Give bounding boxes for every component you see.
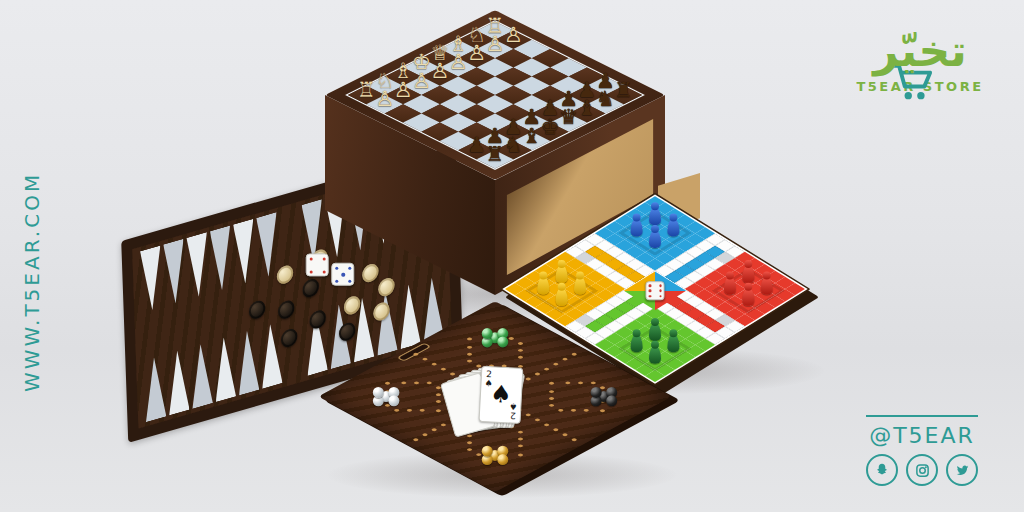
social-block: @T5EAR — [856, 415, 988, 486]
logo-arabic-text: تخيّر — [840, 26, 1000, 77]
ludo-pawn-blue — [649, 230, 661, 248]
chess-piece-q: ♛ — [559, 107, 578, 128]
product-photo-scene: WWW.T5EAR.COM تخيّر T5EAR STORE ♖♙♟♜♘♙♟♞… — [0, 0, 1024, 512]
die-pip — [310, 257, 313, 260]
social-handle: @T5EAR — [856, 423, 988, 448]
chess-piece-b: ♝ — [578, 98, 597, 119]
die-pip — [342, 273, 345, 276]
ludo-pawn-red — [742, 265, 754, 283]
chess-piece-P: ♙ — [375, 89, 394, 110]
chess-piece-R: ♖ — [357, 80, 376, 101]
checker-light — [277, 264, 294, 286]
social-icons — [856, 454, 988, 486]
chess-piece-n: ♞ — [596, 89, 615, 110]
tock-board: 2♠ ♠ 2♠ — [318, 301, 672, 492]
card-index: 2♠ — [509, 401, 518, 419]
chess-board: ♖♙♟♜♘♙♟♞♗♙♟♝♕♙♟♛♔♙♟♚♗♙♟♝♘♙♟♞♖♙♟♜ — [325, 10, 664, 180]
die-pip — [649, 285, 652, 288]
ludo-pawn-yellow — [556, 265, 568, 283]
ludo-pawn-blue — [649, 207, 661, 225]
die — [306, 253, 329, 276]
ludo-pawn-red — [742, 288, 754, 306]
chess-piece-P: ♙ — [486, 34, 505, 55]
marble-clear — [373, 387, 384, 398]
die-pip — [659, 285, 662, 288]
ludo-pawn-yellow — [574, 276, 586, 294]
chess-piece-r: ♜ — [614, 80, 633, 101]
chess-piece-b: ♝ — [522, 126, 541, 147]
die-pip — [659, 290, 662, 293]
checker-light — [362, 262, 379, 284]
playing-card-top: 2♠ ♠ 2♠ — [479, 366, 524, 424]
die-pip — [659, 295, 662, 298]
checker-dark — [302, 277, 319, 299]
marble-black — [591, 387, 602, 398]
divider — [866, 415, 978, 417]
instagram-icon — [906, 454, 938, 486]
store-logo: تخيّر T5EAR STORE — [840, 26, 1000, 94]
chess-lid: ♖♙♟♜♘♙♟♞♗♙♟♝♕♙♟♛♔♙♟♚♗♙♟♝♘♙♟♞♖♙♟♜ — [325, 10, 665, 180]
chess-piece-P: ♙ — [504, 25, 523, 46]
checker-dark — [281, 327, 298, 349]
marble-green — [482, 328, 493, 339]
chess-piece-p: ♟ — [467, 135, 486, 156]
marble-amber — [497, 454, 508, 465]
chess-piece-P: ♙ — [467, 43, 486, 64]
marble-clear — [388, 395, 399, 406]
die — [331, 263, 354, 286]
die-pip — [649, 295, 652, 298]
chess-piece-n: ♞ — [504, 135, 523, 156]
die-pip — [649, 290, 652, 293]
chess-piece-k: ♚ — [541, 117, 560, 138]
die-pip — [322, 270, 325, 273]
chess-piece-P: ♙ — [449, 52, 468, 73]
die-pip — [310, 270, 313, 273]
die-pip — [335, 267, 338, 270]
chess-piece-P: ♙ — [430, 61, 449, 82]
chess-piece-P: ♙ — [394, 80, 413, 101]
checker-light — [378, 276, 395, 298]
die — [646, 281, 665, 300]
die-pip — [322, 257, 325, 260]
twitter-icon — [946, 454, 978, 486]
chess-grid: ♖♙♟♜♘♙♟♞♗♙♟♝♕♙♟♛♔♙♟♚♗♙♟♝♘♙♟♞♖♙♟♜ — [345, 20, 645, 170]
website-vertical-text: WWW.T5EAR.COM — [20, 122, 44, 392]
snapchat-icon — [866, 454, 898, 486]
marble-green — [497, 336, 508, 347]
ludo-pawn-blue — [631, 219, 643, 237]
checker-dark — [278, 299, 295, 321]
die-pip — [335, 279, 338, 282]
ludo-pawn-yellow — [537, 276, 549, 294]
marble-black — [606, 395, 617, 406]
chess-piece-r: ♜ — [486, 144, 505, 165]
die-pip — [348, 279, 351, 282]
ludo-pawn-red — [724, 276, 736, 294]
marble-amber — [482, 446, 493, 457]
checker-dark — [249, 299, 266, 321]
ludo-pawn-red — [761, 276, 773, 294]
tock-board-unit: 2♠ ♠ 2♠ — [318, 301, 672, 492]
ludo-pawn-blue — [667, 219, 679, 237]
chess-piece-P: ♙ — [412, 71, 431, 92]
die-pip — [348, 267, 351, 270]
